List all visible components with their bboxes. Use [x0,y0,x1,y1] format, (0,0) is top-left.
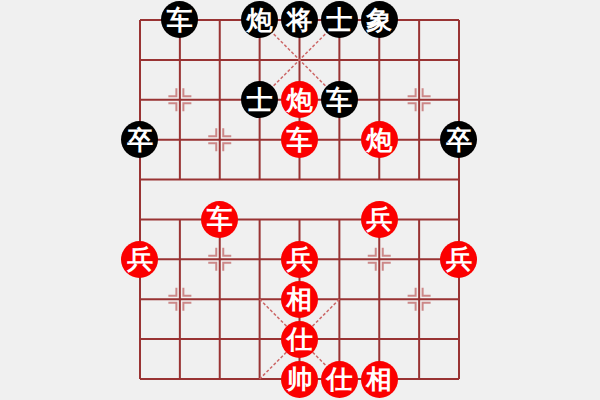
board-point: 象 [359,0,399,40]
piece-black-advisor[interactable]: 士 [321,1,358,38]
piece-black-advisor[interactable]: 士 [241,81,278,118]
board-point: 卒 [120,120,160,160]
board-point: 兵 [120,239,160,279]
board-point: 车 [200,200,240,240]
board-point: 车 [280,120,320,160]
piece-black-elephant[interactable]: 象 [361,1,398,38]
piece-red-chariot[interactable]: 车 [201,201,238,238]
board-point: 炮 [240,0,280,40]
board-point: 仕 [319,359,359,399]
board-point: 将 [280,0,320,40]
piece-black-general[interactable]: 将 [281,1,318,38]
piece-red-soldier[interactable]: 兵 [361,201,398,238]
piece-red-soldier[interactable]: 兵 [281,241,318,278]
piece-red-advisor[interactable]: 仕 [281,321,318,358]
board-point: 相 [359,359,399,399]
board-point: 炮 [359,120,399,160]
piece-black-chariot[interactable]: 车 [321,81,358,118]
piece-black-soldier[interactable]: 卒 [121,121,158,158]
board-point: 帅 [280,359,320,399]
piece-red-elephant[interactable]: 相 [281,281,318,318]
board-point: 仕 [280,319,320,359]
piece-red-advisor[interactable]: 仕 [321,361,358,398]
piece-red-elephant[interactable]: 相 [361,361,398,398]
piece-red-soldier[interactable]: 兵 [440,241,477,278]
piece-black-chariot[interactable]: 车 [161,1,198,38]
board-point: 卒 [439,120,479,160]
board-point: 兵 [439,239,479,279]
board-point: 车 [160,0,200,40]
xiangqi-app: 车炮将士象士炮车卒车炮卒车兵兵兵兵相仕帅仕相 [0,0,600,400]
piece-red-cannon[interactable]: 炮 [361,121,398,158]
board-point: 士 [240,80,280,120]
board-point: 相 [280,279,320,319]
board-point: 士 [319,0,359,40]
piece-red-cannon[interactable]: 炮 [281,81,318,118]
piece-black-cannon[interactable]: 炮 [241,1,278,38]
board-point: 车 [319,80,359,120]
piece-red-chariot[interactable]: 车 [281,121,318,158]
xiangqi-board: 车炮将士象士炮车卒车炮卒车兵兵兵兵相仕帅仕相 [120,0,479,399]
board-point: 兵 [280,239,320,279]
piece-red-general[interactable]: 帅 [281,361,318,398]
board-point: 兵 [359,200,399,240]
piece-black-soldier[interactable]: 卒 [440,121,477,158]
piece-red-soldier[interactable]: 兵 [121,241,158,278]
board-point: 炮 [280,80,320,120]
